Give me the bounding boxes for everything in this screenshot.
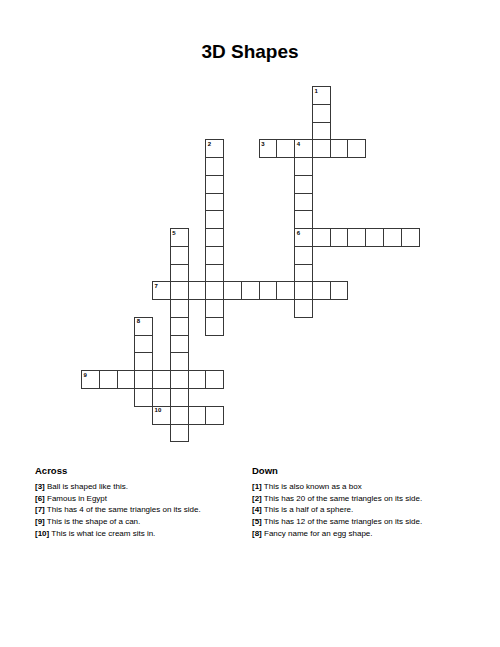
down-clue-4: [4] This is a half of a sphere. <box>252 504 498 516</box>
grid-cell-r13c5[interactable] <box>170 317 189 336</box>
grid-cell-r3c14[interactable] <box>330 139 349 158</box>
grid-cell-r4c7[interactable] <box>205 157 224 176</box>
grid-cell-r6c7[interactable] <box>205 193 224 212</box>
cell-number-4: 4 <box>297 141 300 147</box>
grid-cell-r16c4[interactable] <box>152 370 171 389</box>
grid-cell-r11c8[interactable] <box>223 281 242 300</box>
cell-number-5: 5 <box>172 230 175 236</box>
grid-cell-r11c13[interactable] <box>312 281 331 300</box>
grid-cell-r17c3[interactable] <box>134 388 153 407</box>
grid-cell-r7c7[interactable] <box>205 210 224 229</box>
grid-cell-r10c7[interactable] <box>205 264 224 283</box>
grid-cell-r16c6[interactable] <box>188 370 207 389</box>
across-clue-3: [3] Ball is shaped like this. <box>35 481 247 493</box>
grid-cell-r7c12[interactable] <box>294 210 313 229</box>
grid-cell-r9c12[interactable] <box>294 246 313 265</box>
grid-cell-r1c13[interactable] <box>312 104 331 123</box>
grid-cell-r0c13[interactable]: 1 <box>312 86 331 105</box>
grid-cell-r3c12[interactable]: 4 <box>294 139 313 158</box>
grid-cell-r3c7[interactable]: 2 <box>205 139 224 158</box>
grid-cell-r11c6[interactable] <box>188 281 207 300</box>
cell-number-3: 3 <box>261 141 264 147</box>
grid-cell-r11c4[interactable]: 7 <box>152 281 171 300</box>
grid-cell-r13c3[interactable]: 8 <box>134 317 153 336</box>
grid-cell-r10c12[interactable] <box>294 264 313 283</box>
grid-cell-r3c13[interactable] <box>312 139 331 158</box>
grid-cell-r16c5[interactable] <box>170 370 189 389</box>
grid-cell-r10c5[interactable] <box>170 264 189 283</box>
across-clue-list: [3] Ball is shaped like this.[6] Famous … <box>35 481 247 540</box>
across-clue-10: [10] This is what ice cream sits in. <box>35 528 247 540</box>
cell-number-9: 9 <box>84 372 87 378</box>
grid-cell-r8c18[interactable] <box>401 228 420 247</box>
grid-cell-r8c16[interactable] <box>365 228 384 247</box>
down-clue-8: [8] Fancy name for an egg shape. <box>252 528 498 540</box>
down-clue-1: [1] This is also known as a box <box>252 481 498 493</box>
across-clue-9: [9] This is the shape of a can. <box>35 516 247 528</box>
crossword-grid: 12345678910 <box>82 87 420 442</box>
grid-cell-r13c7[interactable] <box>205 317 224 336</box>
grid-cell-r16c2[interactable] <box>117 370 136 389</box>
grid-cell-r3c11[interactable] <box>276 139 295 158</box>
grid-cell-r11c10[interactable] <box>259 281 278 300</box>
grid-cell-r5c12[interactable] <box>294 175 313 194</box>
grid-cell-r8c7[interactable] <box>205 228 224 247</box>
grid-cell-r12c5[interactable] <box>170 299 189 318</box>
grid-cell-r6c12[interactable] <box>294 193 313 212</box>
cell-number-1: 1 <box>314 88 317 94</box>
across-clues-column: Across [3] Ball is shaped like this.[6] … <box>35 465 247 540</box>
grid-cell-r8c17[interactable] <box>383 228 402 247</box>
grid-cell-r16c0[interactable]: 9 <box>81 370 100 389</box>
grid-cell-r5c7[interactable] <box>205 175 224 194</box>
down-clue-list: [1] This is also known as a box[2] This … <box>252 481 498 540</box>
cell-number-8: 8 <box>137 318 140 324</box>
crossword-page: 3D Shapes 12345678910 Across [3] Ball is… <box>0 0 500 647</box>
grid-cell-r9c7[interactable] <box>205 246 224 265</box>
grid-cell-r2c13[interactable] <box>312 122 331 141</box>
grid-cell-r8c12[interactable]: 6 <box>294 228 313 247</box>
cell-number-6: 6 <box>297 230 300 236</box>
grid-cell-r16c3[interactable] <box>134 370 153 389</box>
cell-number-2: 2 <box>208 141 211 147</box>
grid-cell-r18c6[interactable] <box>188 406 207 425</box>
grid-cell-r11c11[interactable] <box>276 281 295 300</box>
down-clue-2: [2] This has 20 of the same triangles on… <box>252 493 498 505</box>
grid-cell-r4c12[interactable] <box>294 157 313 176</box>
grid-cell-r11c5[interactable] <box>170 281 189 300</box>
grid-cell-r16c1[interactable] <box>99 370 118 389</box>
grid-cell-r8c15[interactable] <box>347 228 366 247</box>
grid-cell-r3c15[interactable] <box>347 139 366 158</box>
grid-cell-r18c4[interactable]: 10 <box>152 406 171 425</box>
grid-cell-r16c7[interactable] <box>205 370 224 389</box>
grid-cell-r11c7[interactable] <box>205 281 224 300</box>
grid-cell-r19c5[interactable] <box>170 424 189 443</box>
grid-cell-r3c10[interactable]: 3 <box>259 139 278 158</box>
grid-cell-r8c14[interactable] <box>330 228 349 247</box>
grid-cell-r8c5[interactable]: 5 <box>170 228 189 247</box>
grid-cell-r14c5[interactable] <box>170 335 189 354</box>
grid-cell-r11c9[interactable] <box>241 281 260 300</box>
grid-cell-r15c5[interactable] <box>170 352 189 371</box>
grid-cell-r11c14[interactable] <box>330 281 349 300</box>
down-clue-5: [5] This has 12 of the same triangles on… <box>252 516 498 528</box>
down-header: Down <box>252 465 498 477</box>
across-clue-7: [7] This has 4 of the same triangles on … <box>35 504 247 516</box>
across-clue-6: [6] Famous in Egypt <box>35 493 247 505</box>
cell-number-10: 10 <box>155 407 162 413</box>
grid-cell-r17c5[interactable] <box>170 388 189 407</box>
grid-cell-r12c12[interactable] <box>294 299 313 318</box>
cell-number-7: 7 <box>155 283 158 289</box>
grid-cell-r12c7[interactable] <box>205 299 224 318</box>
grid-cell-r18c5[interactable] <box>170 406 189 425</box>
grid-cell-r8c13[interactable] <box>312 228 331 247</box>
grid-cell-r15c3[interactable] <box>134 352 153 371</box>
grid-cell-r11c12[interactable] <box>294 281 313 300</box>
across-header: Across <box>35 465 247 477</box>
grid-cell-r14c3[interactable] <box>134 335 153 354</box>
down-clues-column: Down [1] This is also known as a box[2] … <box>252 465 498 540</box>
grid-cell-r9c5[interactable] <box>170 246 189 265</box>
grid-cell-r18c7[interactable] <box>205 406 224 425</box>
puzzle-title: 3D Shapes <box>0 41 500 63</box>
